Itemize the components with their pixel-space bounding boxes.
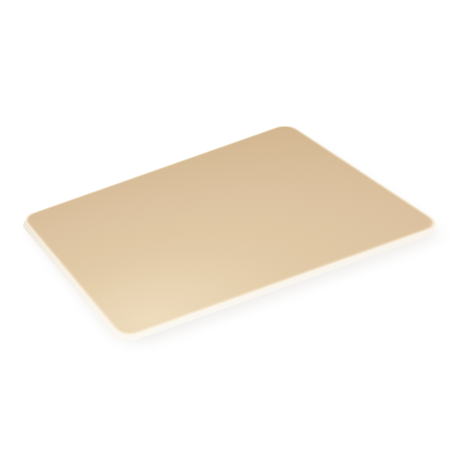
product-photo-scene: [0, 0, 460, 460]
muffin-pan: [21, 123, 443, 339]
